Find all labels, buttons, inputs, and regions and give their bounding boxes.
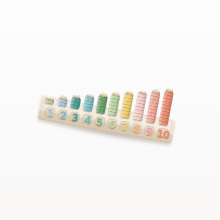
number-slot-3: 3 [69, 111, 81, 124]
number-piece-6[interactable]: 6 [108, 119, 116, 130]
ring-stack-4-aqua[interactable] [83, 95, 95, 112]
number-slot-8: 8 [131, 123, 143, 136]
ring-stack-8-blush-pink[interactable] [133, 91, 147, 121]
ring-stack-5-green[interactable] [95, 94, 107, 114]
ring-stack-2-light-blue[interactable] [57, 97, 68, 108]
number-piece-4[interactable]: 4 [83, 114, 91, 125]
number-slot-9: 9 [143, 125, 155, 138]
number-slot-4: 4 [81, 113, 93, 126]
number-piece-9[interactable]: 9 [145, 126, 153, 137]
product-photo-scene: 12345678910 [0, 0, 220, 220]
number-piece-2[interactable]: 2 [58, 110, 66, 121]
ring-segments [146, 90, 161, 123]
number-slot-2: 2 [56, 109, 68, 122]
number-piece-7[interactable]: 7 [121, 121, 129, 132]
ring-stack-3-teal[interactable] [70, 96, 81, 110]
number-piece-1[interactable]: 1 [46, 107, 54, 118]
ring-segments [108, 93, 121, 117]
ring-segments [133, 91, 147, 121]
ring-stack-6-mint-green[interactable] [108, 93, 121, 117]
toy-board-group: 12345678910 [37, 45, 185, 148]
number-slot-1: 1 [44, 107, 56, 120]
ring-stack-9-salmon[interactable] [146, 90, 161, 123]
number-piece-5[interactable]: 5 [96, 117, 104, 128]
number-slot-10: 10 [156, 127, 170, 140]
number-piece-8[interactable]: 8 [133, 124, 141, 135]
number-slot-6: 6 [106, 118, 118, 131]
number-piece-3[interactable]: 3 [71, 112, 79, 123]
number-slot-5: 5 [94, 116, 106, 129]
ring-stack-7-yellow[interactable] [120, 92, 134, 119]
number-piece-10[interactable]: 10 [156, 128, 170, 140]
number-slot-7: 7 [118, 120, 130, 133]
ring-segments [120, 92, 134, 119]
